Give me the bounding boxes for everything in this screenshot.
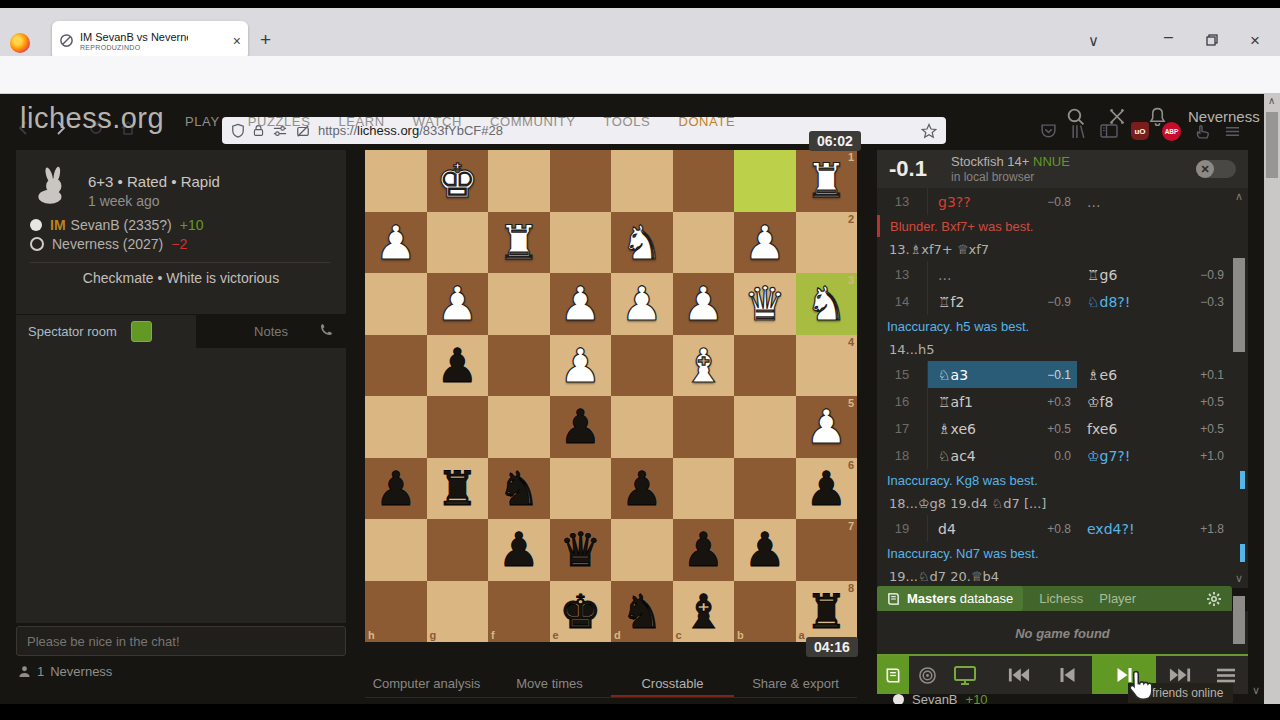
square-d8[interactable]: ♞d — [611, 581, 673, 643]
square-b1[interactable] — [734, 150, 796, 212]
first-move-button[interactable] — [996, 656, 1042, 694]
under-board-tabs: Computer analysisMove timesCrosstableSha… — [365, 671, 857, 698]
chat-input[interactable] — [16, 626, 346, 656]
square-d7[interactable] — [611, 519, 673, 581]
square-d2[interactable]: ♞ — [611, 212, 673, 274]
engine-header: -0.1 Stockfish 14+ NNUE in local browser… — [877, 150, 1248, 188]
file-label-d: d — [614, 629, 621, 641]
tab-computer-analysis[interactable]: Computer analysis — [365, 671, 488, 697]
browser-tab[interactable]: IM SevanB vs Neverness: Italian REPRODUZ… — [52, 21, 248, 60]
square-a1[interactable]: ♜1 — [796, 150, 858, 212]
divider — [30, 262, 330, 263]
square-d3[interactable]: ♟ — [611, 273, 673, 335]
black-pawn-c7[interactable]: ♟ — [673, 519, 735, 581]
file-label-g: g — [430, 629, 437, 641]
move-eval: +0.1 — [1200, 368, 1230, 382]
rank-label-6: 6 — [848, 459, 854, 471]
file-label-f: f — [491, 629, 495, 641]
rank-label-2: 2 — [848, 213, 854, 225]
rank-label-8: 8 — [848, 582, 854, 594]
square-g7[interactable] — [427, 519, 489, 581]
black-bishop-c8[interactable]: ♝ — [673, 581, 735, 643]
square-h8[interactable]: h — [365, 581, 427, 643]
variation-line[interactable]: 18...♔g8 19.d4 ♘d7 [...] — [877, 491, 1248, 515]
square-g2[interactable] — [427, 212, 489, 274]
file-label-a: a — [799, 629, 805, 641]
nav-item-watch[interactable]: WATCH — [413, 114, 462, 129]
rating-delta: −2 — [171, 236, 187, 252]
move-number: 13 — [877, 188, 927, 215]
rank-label-5: 5 — [848, 397, 854, 409]
white-move-xe6[interactable]: ♗xe6+0.5 — [927, 415, 1077, 442]
browser-toolbar: https://lichess.org/833fYbCF#28 uO ABP — [0, 56, 1280, 94]
move-eval: +0.5 — [1200, 395, 1230, 409]
white-move-af1[interactable]: ♖af1+0.3 — [927, 388, 1077, 415]
scrollbar-up-arrow[interactable]: ∧ — [1268, 95, 1275, 106]
game-date: 1 week ago — [88, 193, 160, 209]
move-number: 13 — [877, 261, 927, 288]
move-eval: −0.3 — [1200, 295, 1230, 309]
square-c8[interactable]: ♝c — [673, 581, 735, 643]
bottom-black-strip — [0, 704, 1280, 720]
mouse-cursor — [1124, 669, 1154, 703]
square-g8[interactable]: g — [427, 581, 489, 643]
square-g3[interactable]: ♟ — [427, 273, 489, 335]
square-b8[interactable]: b — [734, 581, 796, 643]
black-rook-g6[interactable]: ♜ — [427, 458, 489, 520]
move-row: 14♖f2−0.9♘d8?!−0.3 — [877, 288, 1248, 315]
black-pawn-e5[interactable]: ♟ — [550, 396, 612, 458]
square-f3[interactable] — [488, 273, 550, 335]
square-d1[interactable] — [611, 150, 673, 212]
move-number: 17 — [877, 415, 927, 442]
top-black-strip — [0, 0, 1280, 8]
black-queen-e7[interactable]: ♛ — [550, 519, 612, 581]
clock-black: 04:16 — [806, 637, 858, 657]
square-h2[interactable]: ♟ — [365, 212, 427, 274]
tab-title: IM SevanB vs Neverness: Italian — [80, 31, 188, 43]
tab-lichess-database[interactable]: Lichess — [1039, 591, 1083, 606]
black-move-e6[interactable]: ♗e6+0.1 — [1077, 361, 1248, 388]
game-time-control: 6+3 • Rated • Rapid — [88, 173, 220, 190]
screenshot-stage: IM SevanB vs Neverness: Italian REPRODUZ… — [0, 0, 1280, 720]
white-move-f2[interactable]: ♖f2−0.9 — [927, 288, 1077, 315]
move-eval: 0.0 — [1054, 449, 1077, 463]
white-color-icon — [30, 219, 42, 231]
square-b2[interactable]: ♟ — [734, 212, 796, 274]
black-move-[interactable]: ... — [1077, 188, 1248, 215]
black-pawn-b7[interactable]: ♟ — [734, 519, 796, 581]
practice-target-button[interactable] — [909, 656, 945, 694]
window-close-button[interactable]: × — [1250, 31, 1260, 51]
black-king-e8[interactable]: ♚ — [550, 581, 612, 643]
square-b7[interactable]: ♟ — [734, 519, 796, 581]
tab-crosstable[interactable]: Crosstable — [611, 671, 734, 697]
move-eval: −0.9 — [1200, 268, 1230, 282]
white-move-g3[interactable]: g3??−0.8 — [927, 188, 1077, 215]
square-g6[interactable]: ♜ — [427, 458, 489, 520]
move-eval: −0.1 — [1047, 368, 1077, 382]
square-b5[interactable] — [734, 396, 796, 458]
chat-toggle[interactable] — [131, 321, 152, 342]
explorer-book-button[interactable] — [877, 656, 909, 694]
square-f4[interactable] — [488, 335, 550, 397]
chat-tabs: Spectator room Notes — [16, 315, 346, 348]
file-label-e: e — [553, 629, 559, 641]
square-f6[interactable]: ♞ — [488, 458, 550, 520]
tab-masters-database[interactable]: Masters database — [877, 586, 1023, 611]
white-pawn-h2[interactable]: ♟ — [365, 212, 427, 274]
white-pawn-b2[interactable]: ♟ — [734, 212, 796, 274]
file-label-h: h — [368, 629, 375, 641]
explorer-empty-message: No game found — [877, 611, 1248, 656]
opening-explorer-bar: Masters database Lichess Player — [877, 586, 1232, 611]
white-pawn-g3[interactable]: ♟ — [427, 273, 489, 335]
white-knight-d2[interactable]: ♞ — [611, 212, 673, 274]
square-e3[interactable]: ♟ — [550, 273, 612, 335]
rank-label-3: 3 — [848, 274, 854, 286]
main-nav: PLAYPUZZLESLEARNWATCHCOMMUNITYTOOLSDONAT… — [185, 93, 735, 150]
square-f1[interactable] — [488, 150, 550, 212]
move-eval: +1.8 — [1200, 522, 1230, 536]
person-icon — [18, 665, 31, 678]
player-title: IM — [50, 217, 66, 233]
inaccuracy-comment: Inaccuracy. h5 was best. — [877, 315, 1248, 337]
chat-members: 1 Neverness — [18, 664, 112, 679]
white-pawn-d3[interactable]: ♟ — [611, 273, 673, 335]
browser-tab-bar: IM SevanB vs Neverness: Italian REPRODUZ… — [0, 8, 1280, 56]
analysis-board-button[interactable] — [945, 656, 985, 694]
black-pawn-f7[interactable]: ♟ — [488, 519, 550, 581]
tab-share-export[interactable]: Share & export — [734, 671, 857, 697]
move-row: 19d4+0.8exd4?!+1.8 — [877, 515, 1248, 542]
square-c4[interactable]: ♝ — [673, 335, 735, 397]
tab-move-times[interactable]: Move times — [488, 671, 611, 697]
black-knight-f6[interactable]: ♞ — [488, 458, 550, 520]
square-e1[interactable] — [550, 150, 612, 212]
search-icon[interactable] — [1066, 107, 1085, 126]
firefox-icon[interactable] — [10, 33, 30, 53]
square-h7[interactable] — [365, 519, 427, 581]
white-queen-b3[interactable]: ♛ — [734, 273, 796, 335]
inaccuracy-comment: Inaccuracy. Nd7 was best. — [877, 542, 1248, 564]
clock-white: 06:02 — [809, 131, 861, 151]
engine-name: Stockfish 14+ NNUE — [951, 154, 1070, 169]
nav-item-community[interactable]: COMMUNITY — [490, 114, 576, 129]
square-g4[interactable]: ♟ — [427, 335, 489, 397]
rating-delta: +10 — [180, 217, 204, 233]
square-e4[interactable]: ♟ — [550, 335, 612, 397]
notifications-bell-icon[interactable] — [1149, 107, 1166, 126]
square-a5[interactable]: ♟5 — [796, 396, 858, 458]
tab-spectator-room[interactable]: Spectator room — [16, 315, 196, 348]
black-move-d8[interactable]: ♘d8?!−0.3 — [1077, 288, 1248, 315]
phone-icon[interactable] — [318, 322, 336, 340]
move-row: 16♖af1+0.3♔f8+0.5 — [877, 388, 1248, 415]
window-restore-button[interactable] — [1206, 34, 1218, 46]
square-f8[interactable]: f — [488, 581, 550, 643]
square-c2[interactable] — [673, 212, 735, 274]
square-a8[interactable]: ♜a8 — [796, 581, 858, 643]
variation-line[interactable]: 14...h5 — [877, 337, 1248, 361]
rank-label-7: 7 — [848, 520, 854, 532]
black-pawn-g4[interactable]: ♟ — [427, 335, 489, 397]
white-player-row[interactable]: IM SevanB (2335?) +10 — [30, 217, 204, 233]
blunder-comment: Blunder. Bxf7+ was best. — [877, 215, 1248, 237]
tab-media-icon — [59, 33, 74, 48]
tab-player-database[interactable]: Player — [1099, 591, 1136, 606]
square-c6[interactable] — [673, 458, 735, 520]
nav-item-donate[interactable]: DONATE — [678, 114, 735, 129]
game-result: Checkmate • White is victorious — [16, 270, 346, 286]
black-move-g7[interactable]: ♔g7?!+1.0 — [1077, 442, 1248, 469]
explorer-scrollbar[interactable] — [1233, 596, 1245, 644]
square-d4[interactable] — [611, 335, 673, 397]
book-icon — [887, 592, 900, 606]
move-row: 15♘a3−0.1♗e6+0.1 — [877, 361, 1248, 388]
square-a6[interactable]: ♟6 — [796, 458, 858, 520]
nav-item-learn[interactable]: LEARN — [338, 114, 384, 129]
pocket-icon[interactable] — [1040, 123, 1057, 140]
black-pawn-h6[interactable]: ♟ — [365, 458, 427, 520]
square-d6[interactable]: ♟ — [611, 458, 673, 520]
player-name: Neverness (2027) — [52, 236, 163, 252]
white-pawn-e3[interactable]: ♟ — [550, 273, 612, 335]
black-player-row[interactable]: Neverness (2027) −2 — [30, 236, 187, 252]
white-move-d4[interactable]: d4+0.8 — [927, 515, 1077, 542]
move-eval: +0.3 — [1047, 395, 1077, 409]
nav-item-play[interactable]: PLAY — [185, 114, 220, 129]
new-tab-button[interactable]: + — [260, 29, 271, 51]
move-number: 16 — [877, 388, 927, 415]
square-a7[interactable]: 7 — [796, 519, 858, 581]
username[interactable]: Neverness — [1188, 108, 1260, 125]
rapid-rabbit-icon — [34, 166, 72, 206]
square-f2[interactable]: ♜ — [488, 212, 550, 274]
tab-list-chevron[interactable]: ∨ — [1088, 32, 1099, 50]
square-b3[interactable]: ♛ — [734, 273, 796, 335]
black-move-exd4[interactable]: exd4?!+1.8 — [1077, 515, 1248, 542]
square-e8[interactable]: ♚e — [550, 581, 612, 643]
tab-media-badge: REPRODUZINDO — [80, 44, 230, 51]
square-b4[interactable] — [734, 335, 796, 397]
white-move-[interactable]: ... — [927, 261, 1077, 288]
player-name: SevanB (2335?) — [71, 217, 172, 233]
scroll-down-icon[interactable]: ∨ — [1235, 572, 1243, 585]
move-eval: +1.0 — [1200, 449, 1230, 463]
nav-item-puzzles[interactable]: PUZZLES — [248, 114, 311, 129]
file-label-b: b — [737, 629, 744, 641]
engine-location: in local browser — [951, 170, 1070, 184]
black-move-f8[interactable]: ♔f8+0.5 — [1077, 388, 1248, 415]
square-e6[interactable] — [550, 458, 612, 520]
variation-line[interactable]: 19...♘d7 20.♕b4 — [877, 564, 1248, 588]
move-row: 13...♖g6−0.9 — [877, 261, 1248, 288]
rank-label-4: 4 — [848, 336, 854, 348]
nav-item-tools[interactable]: TOOLS — [604, 114, 651, 129]
square-h5[interactable] — [365, 396, 427, 458]
square-g1[interactable]: ♚ — [427, 150, 489, 212]
square-d5[interactable] — [611, 396, 673, 458]
move-row: 18♘ac40.0♔g7?!+1.0 — [877, 442, 1248, 469]
white-move-ac4[interactable]: ♘ac40.0 — [927, 442, 1077, 469]
tab-close-button[interactable]: × — [233, 34, 241, 48]
move-eval: +0.5 — [1047, 422, 1077, 436]
move-number: 18 — [877, 442, 927, 469]
window-minimize-button[interactable]: – — [1164, 28, 1173, 46]
square-f7[interactable]: ♟ — [488, 519, 550, 581]
white-pawn-c3[interactable]: ♟ — [673, 273, 735, 335]
rank-label-1: 1 — [848, 151, 854, 163]
move-list-scrollbar[interactable] — [1233, 258, 1245, 352]
chat-messages — [16, 348, 346, 623]
move-eval: −0.9 — [1047, 295, 1077, 309]
move-number: 19 — [877, 515, 927, 542]
move-eval: −0.8 — [1047, 195, 1077, 209]
previous-move-button[interactable] — [1042, 656, 1092, 694]
engine-toggle-knob: ✕ — [1196, 160, 1214, 178]
black-move-fxe6[interactable]: fxe6+0.5 — [1077, 415, 1248, 442]
page-scrollbar-track[interactable] — [1264, 93, 1280, 704]
move-eval: +0.5 — [1200, 422, 1230, 436]
collapse-chevron-icon[interactable]: ∨ — [1252, 684, 1260, 697]
square-h1[interactable] — [365, 150, 427, 212]
square-h6[interactable]: ♟ — [365, 458, 427, 520]
white-rook-f2[interactable]: ♜ — [488, 212, 550, 274]
square-e7[interactable]: ♛ — [550, 519, 612, 581]
square-h4[interactable] — [365, 335, 427, 397]
square-a3[interactable]: ♞3 — [796, 273, 858, 335]
white-move-a3[interactable]: ♘a3−0.1 — [927, 361, 1077, 388]
challenges-swords-icon[interactable] — [1107, 107, 1127, 126]
black-pawn-d6[interactable]: ♟ — [611, 458, 673, 520]
gear-icon[interactable] — [1206, 591, 1222, 607]
chess-board[interactable]: ♚♜1♟♜♞♟2♟♟♟♟♛♞3♟♟♝4♟♟5♟♜♞♟♟6♟♛♟♟7hgf♚e♞d… — [365, 150, 857, 642]
move-number: 14 — [877, 288, 927, 315]
square-h3[interactable] — [365, 273, 427, 335]
white-king-g1[interactable]: ♚ — [427, 150, 489, 212]
move-row: 13g3??−0.8... — [877, 188, 1248, 215]
white-pawn-e4[interactable]: ♟ — [550, 335, 612, 397]
square-f5[interactable] — [488, 396, 550, 458]
inaccuracy-comment: Inaccuracy. Kg8 was best. — [877, 469, 1248, 491]
black-move-g6[interactable]: ♖g6−0.9 — [1077, 261, 1248, 288]
page-scrollbar-thumb[interactable] — [1266, 112, 1278, 178]
white-bishop-c4[interactable]: ♝ — [673, 335, 735, 397]
move-number: 15 — [877, 361, 927, 388]
square-a2[interactable]: 2 — [796, 212, 858, 274]
scroll-up-icon[interactable]: ∧ — [1235, 190, 1243, 203]
move-eval: +0.8 — [1047, 522, 1077, 536]
square-c5[interactable] — [673, 396, 735, 458]
file-label-c: c — [676, 629, 682, 641]
square-g5[interactable] — [427, 396, 489, 458]
square-c3[interactable]: ♟ — [673, 273, 735, 335]
engine-eval: -0.1 — [889, 156, 941, 182]
engine-toggle[interactable]: ✕ — [1196, 160, 1236, 178]
square-b6[interactable] — [734, 458, 796, 520]
square-e5[interactable]: ♟ — [550, 396, 612, 458]
square-c1[interactable] — [673, 150, 735, 212]
move-list[interactable]: 13g3??−0.8...Blunder. Bxf7+ was best.13.… — [877, 188, 1248, 588]
variation-line[interactable]: 13.♗xf7+ ♕xf7 — [877, 237, 1248, 261]
lichess-logo[interactable]: lichess.org — [20, 102, 164, 135]
square-c7[interactable]: ♟ — [673, 519, 735, 581]
bookmark-star-icon[interactable] — [921, 123, 937, 139]
move-row: 17♗xe6+0.5fxe6+0.5 — [877, 415, 1248, 442]
square-a4[interactable]: 4 — [796, 335, 858, 397]
square-e2[interactable] — [550, 212, 612, 274]
black-color-icon — [30, 237, 44, 251]
